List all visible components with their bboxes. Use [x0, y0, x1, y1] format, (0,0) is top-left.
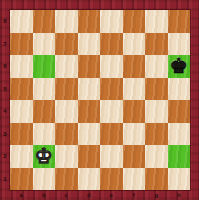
rank-label-7: 7 [0, 33, 10, 56]
black-king[interactable]: ♚ [169, 55, 188, 78]
square-d3[interactable] [78, 123, 101, 146]
square-b6[interactable] [33, 55, 56, 78]
square-c3[interactable] [55, 123, 78, 146]
square-f3[interactable] [123, 123, 146, 146]
square-b4[interactable] [33, 100, 56, 123]
square-g8[interactable] [145, 10, 168, 33]
square-b1[interactable] [33, 168, 56, 191]
square-a6[interactable] [10, 55, 33, 78]
square-h5[interactable] [168, 78, 191, 101]
square-b3[interactable] [33, 123, 56, 146]
chessboard-window: ♚♚ 87654321abcdefgh [0, 0, 199, 200]
square-e5[interactable] [100, 78, 123, 101]
file-label-c: c [55, 190, 78, 200]
file-label-b: b [33, 190, 56, 200]
square-d4[interactable] [78, 100, 101, 123]
square-g6[interactable] [145, 55, 168, 78]
rank-label-3: 3 [0, 123, 10, 146]
square-b5[interactable] [33, 78, 56, 101]
chess-board[interactable]: ♚♚ [10, 10, 190, 190]
square-b7[interactable] [33, 33, 56, 56]
square-f5[interactable] [123, 78, 146, 101]
square-c2[interactable] [55, 145, 78, 168]
square-e1[interactable] [100, 168, 123, 191]
square-b8[interactable] [33, 10, 56, 33]
square-c5[interactable] [55, 78, 78, 101]
square-f8[interactable] [123, 10, 146, 33]
square-g5[interactable] [145, 78, 168, 101]
rank-label-6: 6 [0, 55, 10, 78]
square-h6[interactable]: ♚ [168, 55, 191, 78]
square-a2[interactable] [10, 145, 33, 168]
square-g2[interactable] [145, 145, 168, 168]
square-e3[interactable] [100, 123, 123, 146]
rank-label-8: 8 [0, 10, 10, 33]
square-f1[interactable] [123, 168, 146, 191]
square-d6[interactable] [78, 55, 101, 78]
square-d5[interactable] [78, 78, 101, 101]
white-king[interactable]: ♚ [34, 145, 53, 168]
square-d7[interactable] [78, 33, 101, 56]
file-label-h: h [168, 190, 191, 200]
file-label-d: d [78, 190, 101, 200]
square-d8[interactable] [78, 10, 101, 33]
rank-label-1: 1 [0, 168, 10, 191]
square-a1[interactable] [10, 168, 33, 191]
square-c7[interactable] [55, 33, 78, 56]
square-h4[interactable] [168, 100, 191, 123]
square-h7[interactable] [168, 33, 191, 56]
square-f7[interactable] [123, 33, 146, 56]
square-f4[interactable] [123, 100, 146, 123]
square-c4[interactable] [55, 100, 78, 123]
square-h8[interactable] [168, 10, 191, 33]
square-g3[interactable] [145, 123, 168, 146]
rank-label-4: 4 [0, 100, 10, 123]
square-g7[interactable] [145, 33, 168, 56]
square-d1[interactable] [78, 168, 101, 191]
square-f6[interactable] [123, 55, 146, 78]
square-c6[interactable] [55, 55, 78, 78]
square-h1[interactable] [168, 168, 191, 191]
square-a3[interactable] [10, 123, 33, 146]
square-d2[interactable] [78, 145, 101, 168]
file-label-e: e [100, 190, 123, 200]
square-a8[interactable] [10, 10, 33, 33]
square-e6[interactable] [100, 55, 123, 78]
square-e2[interactable] [100, 145, 123, 168]
square-a4[interactable] [10, 100, 33, 123]
square-g1[interactable] [145, 168, 168, 191]
square-b2[interactable]: ♚ [33, 145, 56, 168]
rank-label-5: 5 [0, 78, 10, 101]
file-label-g: g [145, 190, 168, 200]
square-a5[interactable] [10, 78, 33, 101]
square-a7[interactable] [10, 33, 33, 56]
square-f2[interactable] [123, 145, 146, 168]
file-label-f: f [123, 190, 146, 200]
file-label-a: a [10, 190, 33, 200]
square-h3[interactable] [168, 123, 191, 146]
square-g4[interactable] [145, 100, 168, 123]
square-e7[interactable] [100, 33, 123, 56]
square-e8[interactable] [100, 10, 123, 33]
rank-label-2: 2 [0, 145, 10, 168]
square-c8[interactable] [55, 10, 78, 33]
square-h2[interactable] [168, 145, 191, 168]
square-e4[interactable] [100, 100, 123, 123]
square-c1[interactable] [55, 168, 78, 191]
